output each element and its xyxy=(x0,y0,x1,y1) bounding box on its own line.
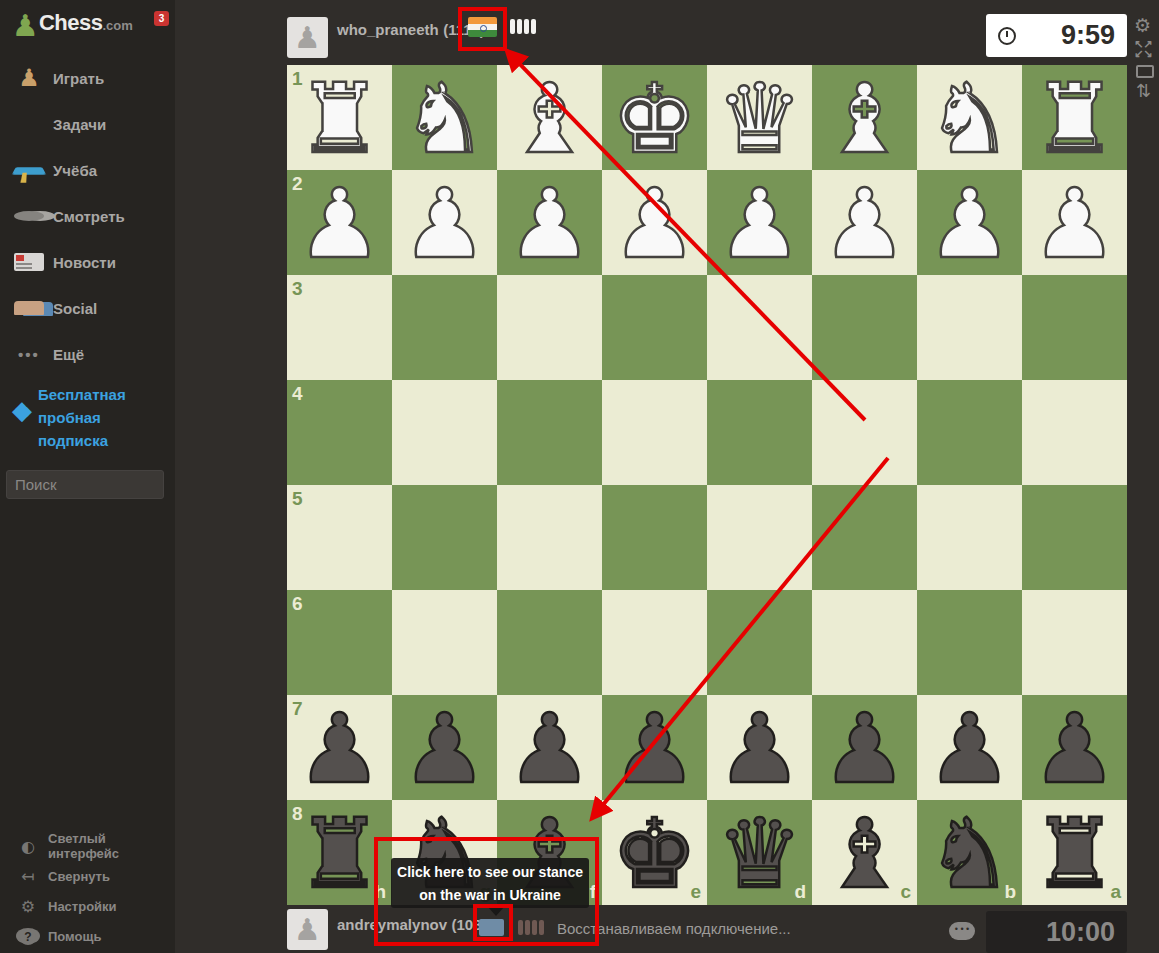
sidebar-item-label: Играть xyxy=(53,70,104,87)
square-h5[interactable]: 5 xyxy=(287,485,392,590)
square-h1[interactable]: 1♜ xyxy=(287,65,392,170)
rank-label: 4 xyxy=(292,383,303,405)
sidebar-item-help[interactable]: ?Помощь xyxy=(0,921,175,951)
sidebar-item-more[interactable]: •••Ещё xyxy=(0,331,175,377)
white-pawn[interactable]: ♟ xyxy=(1022,170,1127,275)
square-g7[interactable]: ♟ xyxy=(392,695,497,800)
white-bishop[interactable]: ♝ xyxy=(497,65,602,170)
square-d5[interactable] xyxy=(707,485,812,590)
tooltip-line2: on the war in Ukraine xyxy=(391,884,589,907)
sidebar-item-label: Светлый интерфейс xyxy=(48,831,175,861)
square-g4[interactable] xyxy=(392,380,497,485)
fullscreen-expand-icon[interactable]: ↖↗↙↘ xyxy=(1134,40,1152,58)
white-pawn[interactable]: ♟ xyxy=(287,170,392,275)
square-b1[interactable]: ♞ xyxy=(917,65,1022,170)
white-bishop[interactable]: ♝ xyxy=(812,65,917,170)
square-a6[interactable] xyxy=(1022,590,1127,695)
player-avatar[interactable]: ♟ xyxy=(287,909,328,950)
sidebar-item-label: Свернуть xyxy=(48,869,110,884)
square-b4[interactable] xyxy=(917,380,1022,485)
square-c8[interactable]: c♝ xyxy=(812,800,917,905)
learn-icon xyxy=(12,167,46,174)
square-g1[interactable]: ♞ xyxy=(392,65,497,170)
opponent-clock: 9:59 xyxy=(986,14,1127,57)
square-f3[interactable] xyxy=(497,275,602,380)
rank-label: 3 xyxy=(292,278,303,300)
square-a7[interactable]: ♟ xyxy=(1022,695,1127,800)
opponent-avatar[interactable]: ♟ xyxy=(287,17,328,58)
opponent-flag-india[interactable] xyxy=(468,17,497,37)
square-b6[interactable] xyxy=(917,590,1022,695)
white-pawn[interactable]: ♟ xyxy=(812,170,917,275)
sidebar-item-label: Новости xyxy=(53,254,116,271)
white-pawn[interactable]: ♟ xyxy=(602,170,707,275)
settings-gear-icon[interactable]: ⚙ xyxy=(1134,14,1151,36)
sidebar: ♟Chess.com 3 ♟ИгратьЗадачиУчёбаСмотретьН… xyxy=(0,0,175,953)
square-f6[interactable] xyxy=(497,590,602,695)
white-knight[interactable]: ♞ xyxy=(392,65,497,170)
social-icon xyxy=(14,301,44,315)
square-c2[interactable]: ♟ xyxy=(812,170,917,275)
sidebar-item-news[interactable]: Новости xyxy=(0,239,175,285)
black-pawn[interactable]: ♟ xyxy=(917,695,1022,800)
square-h8[interactable]: 8h♜ xyxy=(287,800,392,905)
square-d4[interactable] xyxy=(707,380,812,485)
player-info: andreymalynov (1081) xyxy=(337,916,495,934)
theater-mode-icon[interactable] xyxy=(1136,65,1154,78)
square-g5[interactable] xyxy=(392,485,497,590)
square-g6[interactable] xyxy=(392,590,497,695)
brightness-icon: ◐ xyxy=(16,837,40,856)
rank-label: 5 xyxy=(292,488,303,510)
sidebar-item-label: Задачи xyxy=(53,116,106,133)
black-pawn[interactable]: ♟ xyxy=(392,695,497,800)
black-pawn[interactable]: ♟ xyxy=(812,695,917,800)
white-pawn[interactable]: ♟ xyxy=(392,170,497,275)
sidebar-item-light-ui[interactable]: ◐Светлый интерфейс xyxy=(0,831,175,861)
more-icon: ••• xyxy=(14,346,44,363)
square-e2[interactable]: ♟ xyxy=(602,170,707,275)
black-pawn[interactable]: ♟ xyxy=(497,695,602,800)
square-b5[interactable] xyxy=(917,485,1022,590)
player-clock-time: 10:00 xyxy=(986,917,1127,948)
square-c1[interactable]: ♝ xyxy=(812,65,917,170)
square-b8[interactable]: b♞ xyxy=(917,800,1022,905)
sidebar-item-label: Учёба xyxy=(53,162,97,179)
square-e3[interactable] xyxy=(602,275,707,380)
sidebar-item-label: Смотреть xyxy=(53,208,125,225)
free-trial-label: Бесплатная пробная подписка xyxy=(38,383,126,452)
play-icon: ♟ xyxy=(14,64,44,92)
square-a4[interactable] xyxy=(1022,380,1127,485)
square-g2[interactable]: ♟ xyxy=(392,170,497,275)
square-c6[interactable] xyxy=(812,590,917,695)
logo-tld: .com xyxy=(102,18,132,33)
square-f1[interactable]: ♝ xyxy=(497,65,602,170)
square-g3[interactable] xyxy=(392,275,497,380)
square-a2[interactable]: ♟ xyxy=(1022,170,1127,275)
chat-icon[interactable] xyxy=(949,922,975,940)
square-a8[interactable]: a♜ xyxy=(1022,800,1127,905)
square-c7[interactable]: ♟ xyxy=(812,695,917,800)
square-c5[interactable] xyxy=(812,485,917,590)
sidebar-item-label: Ещё xyxy=(53,346,84,363)
white-pawn[interactable]: ♟ xyxy=(917,170,1022,275)
white-rook[interactable]: ♜ xyxy=(1022,65,1127,170)
sidebar-item-label: Настройки xyxy=(48,899,117,914)
sidebar-footer: ◐Светлый интерфейс↤Свернуть⚙Настройки?По… xyxy=(0,831,175,951)
square-f4[interactable] xyxy=(497,380,602,485)
sidebar-item-play[interactable]: ♟Играть xyxy=(0,55,175,101)
search-input[interactable] xyxy=(6,470,164,499)
square-b2[interactable]: ♟ xyxy=(917,170,1022,275)
black-pawn[interactable]: ♟ xyxy=(707,695,812,800)
square-b3[interactable] xyxy=(917,275,1022,380)
notification-badge[interactable]: 3 xyxy=(154,11,169,26)
black-rook[interactable]: ♜ xyxy=(287,800,392,905)
opponent-username[interactable]: who_praneeth xyxy=(337,21,439,38)
sidebar-item-learn[interactable]: Учёба xyxy=(0,147,175,193)
white-queen[interactable]: ♛ xyxy=(707,65,812,170)
square-h6[interactable]: 6 xyxy=(287,590,392,695)
square-c4[interactable] xyxy=(812,380,917,485)
tooltip-pointer xyxy=(488,907,504,924)
free-trial-link[interactable]: ◆ Бесплатная пробная подписка xyxy=(0,383,175,452)
white-rook[interactable]: ♜ xyxy=(287,65,392,170)
logo-text: Chess xyxy=(39,10,103,35)
square-a1[interactable]: ♜ xyxy=(1022,65,1127,170)
square-h2[interactable]: 2♟ xyxy=(287,170,392,275)
black-knight[interactable]: ♞ xyxy=(917,800,1022,905)
tooltip-line1: Click here to see our stance xyxy=(391,861,589,884)
square-a3[interactable] xyxy=(1022,275,1127,380)
rank-label: 6 xyxy=(292,593,303,615)
square-a5[interactable] xyxy=(1022,485,1127,590)
flip-board-icon[interactable]: ⇅ xyxy=(1136,80,1151,101)
connection-status-text: Восстанавливаем подключение... xyxy=(557,920,791,937)
white-king[interactable]: ♚ xyxy=(602,65,707,170)
square-e7[interactable]: ♟ xyxy=(602,695,707,800)
sidebar-item-label: Помощь xyxy=(48,929,101,944)
sidebar-item-puzzles[interactable]: Задачи xyxy=(0,101,175,147)
chesscom-logo[interactable]: ♟Chess.com 3 xyxy=(0,0,175,48)
square-d8[interactable]: d♛ xyxy=(707,800,812,905)
black-king[interactable]: ♚ xyxy=(602,800,707,905)
square-h7[interactable]: 7♟ xyxy=(287,695,392,800)
square-d6[interactable] xyxy=(707,590,812,695)
square-h4[interactable]: 4 xyxy=(287,380,392,485)
square-e4[interactable] xyxy=(602,380,707,485)
settings-icon: ⚙ xyxy=(16,897,40,916)
square-h3[interactable]: 3 xyxy=(287,275,392,380)
square-d3[interactable] xyxy=(707,275,812,380)
opponent-clock-time: 9:59 xyxy=(1016,20,1127,51)
square-d1[interactable]: ♛ xyxy=(707,65,812,170)
watch-icon xyxy=(14,211,44,221)
square-e8[interactable]: e♚ xyxy=(602,800,707,905)
ukraine-stance-tooltip[interactable]: Click here to see our stance on the war … xyxy=(391,858,589,908)
news-icon xyxy=(14,253,44,271)
avatar-pawn-icon: ♟ xyxy=(294,20,321,55)
sidebar-item-watch[interactable]: Смотреть xyxy=(0,193,175,239)
sidebar-item-collapse[interactable]: ↤Свернуть xyxy=(0,861,175,891)
sidebar-item-settings[interactable]: ⚙Настройки xyxy=(0,891,175,921)
collapse-icon: ↤ xyxy=(16,867,40,886)
square-f2[interactable]: ♟ xyxy=(497,170,602,275)
black-queen[interactable]: ♛ xyxy=(707,800,812,905)
square-d7[interactable]: ♟ xyxy=(707,695,812,800)
opponent-connection-bars xyxy=(510,19,536,34)
black-rook[interactable]: ♜ xyxy=(1022,800,1127,905)
square-f7[interactable]: ♟ xyxy=(497,695,602,800)
sidebar-menu: ♟ИгратьЗадачиУчёбаСмотретьНовостиSocial•… xyxy=(0,55,175,377)
square-d2[interactable]: ♟ xyxy=(707,170,812,275)
player-connection-bars xyxy=(518,920,544,935)
black-pawn[interactable]: ♟ xyxy=(602,695,707,800)
black-pawn[interactable]: ♟ xyxy=(1022,695,1127,800)
square-b7[interactable]: ♟ xyxy=(917,695,1022,800)
player-clock: 10:00 xyxy=(986,911,1127,953)
chess-board[interactable]: 1♜♞♝♚♛♝♞♜2♟♟♟♟♟♟♟♟34567♟♟♟♟♟♟♟♟8h♜g♞f♝e♚… xyxy=(287,65,1127,905)
square-f5[interactable] xyxy=(497,485,602,590)
player-username[interactable]: andreymalynov xyxy=(337,916,447,933)
black-bishop[interactable]: ♝ xyxy=(812,800,917,905)
sidebar-item-social[interactable]: Social xyxy=(0,285,175,331)
clock-icon xyxy=(998,27,1016,45)
help-icon: ? xyxy=(16,928,40,944)
square-e6[interactable] xyxy=(602,590,707,695)
sidebar-item-label: Social xyxy=(53,300,97,317)
square-e1[interactable]: ♚ xyxy=(602,65,707,170)
logo-pawn-icon: ♟ xyxy=(12,8,39,43)
white-pawn[interactable]: ♟ xyxy=(497,170,602,275)
diamond-icon: ◆ xyxy=(12,395,32,452)
white-knight[interactable]: ♞ xyxy=(917,65,1022,170)
opponent-info: who_praneeth (1112) xyxy=(337,21,485,39)
avatar-pawn-icon: ♟ xyxy=(294,912,321,947)
black-pawn[interactable]: ♟ xyxy=(287,695,392,800)
square-c3[interactable] xyxy=(812,275,917,380)
white-pawn[interactable]: ♟ xyxy=(707,170,812,275)
square-e5[interactable] xyxy=(602,485,707,590)
